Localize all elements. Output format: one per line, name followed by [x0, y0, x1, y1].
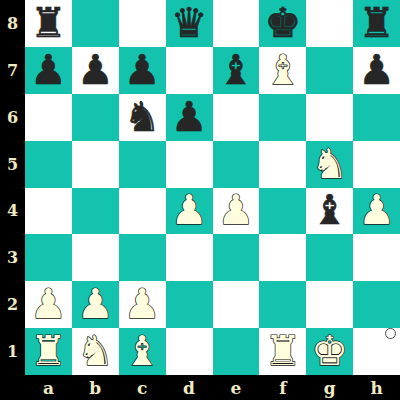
square-d1[interactable] — [166, 328, 213, 375]
black-pawn-h7[interactable]: ♟ — [358, 50, 395, 91]
black-bishop-e7[interactable]: ♝ — [218, 50, 255, 91]
square-c6[interactable]: ♞ — [119, 94, 166, 141]
file-label-e: e — [213, 375, 260, 400]
square-b6[interactable] — [72, 94, 119, 141]
rank-label-3: 3 — [0, 234, 25, 281]
white-to-move-indicator — [385, 328, 396, 339]
white-pawn-c2[interactable]: ♟ — [124, 284, 161, 325]
black-knight-c6[interactable]: ♞ — [124, 97, 161, 138]
square-g6[interactable] — [306, 94, 353, 141]
square-h5[interactable] — [353, 141, 400, 188]
square-e4[interactable]: ♟ — [213, 188, 260, 235]
square-a3[interactable] — [25, 234, 72, 281]
rank-label-5: 5 — [0, 141, 25, 188]
file-label-d: d — [166, 375, 213, 400]
square-a4[interactable] — [25, 188, 72, 235]
black-bishop-g4[interactable]: ♝ — [311, 190, 348, 231]
file-label-f: f — [259, 375, 306, 400]
square-c3[interactable] — [119, 234, 166, 281]
white-rook-f1[interactable]: ♜ — [264, 331, 301, 372]
square-e6[interactable] — [213, 94, 260, 141]
square-c7[interactable]: ♟ — [119, 47, 166, 94]
square-f8[interactable]: ♚ — [259, 0, 306, 47]
black-king-f8[interactable]: ♚ — [264, 3, 301, 44]
square-c5[interactable] — [119, 141, 166, 188]
rank-label-6: 6 — [0, 94, 25, 141]
square-c4[interactable] — [119, 188, 166, 235]
rank-label-2: 2 — [0, 281, 25, 328]
square-h3[interactable] — [353, 234, 400, 281]
file-label-g: g — [306, 375, 353, 400]
square-d4[interactable]: ♟ — [166, 188, 213, 235]
black-pawn-b7[interactable]: ♟ — [77, 50, 114, 91]
square-f6[interactable] — [259, 94, 306, 141]
file-labels: abcdefgh — [25, 375, 400, 400]
file-label-a: a — [25, 375, 72, 400]
white-pawn-b2[interactable]: ♟ — [77, 284, 114, 325]
rank-label-8: 8 — [0, 0, 25, 47]
white-pawn-e4[interactable]: ♟ — [218, 190, 255, 231]
file-label-h: h — [353, 375, 400, 400]
file-label-b: b — [72, 375, 119, 400]
square-a7[interactable]: ♟ — [25, 47, 72, 94]
square-e3[interactable] — [213, 234, 260, 281]
white-knight-b1[interactable]: ♞ — [77, 331, 114, 372]
square-e5[interactable] — [213, 141, 260, 188]
square-b3[interactable] — [72, 234, 119, 281]
square-b1[interactable]: ♞ — [72, 328, 119, 375]
white-king-g1[interactable]: ♚ — [311, 331, 348, 372]
square-d7[interactable] — [166, 47, 213, 94]
square-g2[interactable] — [306, 281, 353, 328]
square-g7[interactable] — [306, 47, 353, 94]
square-b7[interactable]: ♟ — [72, 47, 119, 94]
square-f5[interactable] — [259, 141, 306, 188]
square-h8[interactable]: ♜ — [353, 0, 400, 47]
square-f4[interactable] — [259, 188, 306, 235]
square-e7[interactable]: ♝ — [213, 47, 260, 94]
square-e2[interactable] — [213, 281, 260, 328]
chess-diagram: 87654321 ♜♛♚♜♟♟♟♝♝♟♞♟♞♟♟♝♟♟♟♟♜♞♝♜♚ abcde… — [0, 0, 400, 400]
square-f2[interactable] — [259, 281, 306, 328]
square-a5[interactable] — [25, 141, 72, 188]
square-h6[interactable] — [353, 94, 400, 141]
square-h2[interactable] — [353, 281, 400, 328]
square-c8[interactable] — [119, 0, 166, 47]
rank-label-4: 4 — [0, 188, 25, 235]
square-g8[interactable] — [306, 0, 353, 47]
square-d2[interactable] — [166, 281, 213, 328]
white-pawn-d4[interactable]: ♟ — [171, 190, 208, 231]
square-g3[interactable] — [306, 234, 353, 281]
rank-labels: 87654321 — [0, 0, 25, 375]
square-g5[interactable]: ♞ — [306, 141, 353, 188]
square-e8[interactable] — [213, 0, 260, 47]
black-pawn-d6[interactable]: ♟ — [171, 97, 208, 138]
black-pawn-a7[interactable]: ♟ — [30, 50, 67, 91]
square-f7[interactable]: ♝ — [259, 47, 306, 94]
white-pawn-h4[interactable]: ♟ — [358, 190, 395, 231]
black-queen-d8[interactable]: ♛ — [171, 3, 208, 44]
square-a6[interactable] — [25, 94, 72, 141]
square-a2[interactable]: ♟ — [25, 281, 72, 328]
square-c2[interactable]: ♟ — [119, 281, 166, 328]
square-h4[interactable]: ♟ — [353, 188, 400, 235]
square-f1[interactable]: ♜ — [259, 328, 306, 375]
chess-board: ♜♛♚♜♟♟♟♝♝♟♞♟♞♟♟♝♟♟♟♟♜♞♝♜♚ — [25, 0, 400, 375]
square-c1[interactable]: ♝ — [119, 328, 166, 375]
square-b5[interactable] — [72, 141, 119, 188]
white-knight-g5[interactable]: ♞ — [311, 144, 348, 185]
white-pawn-a2[interactable]: ♟ — [30, 284, 67, 325]
rank-label-1: 1 — [0, 328, 25, 375]
file-label-c: c — [119, 375, 166, 400]
square-b8[interactable] — [72, 0, 119, 47]
square-d5[interactable] — [166, 141, 213, 188]
black-rook-a8[interactable]: ♜ — [30, 3, 67, 44]
black-pawn-c7[interactable]: ♟ — [124, 50, 161, 91]
square-a8[interactable]: ♜ — [25, 0, 72, 47]
black-rook-h8[interactable]: ♜ — [358, 3, 395, 44]
square-b4[interactable] — [72, 188, 119, 235]
square-b2[interactable]: ♟ — [72, 281, 119, 328]
square-d8[interactable]: ♛ — [166, 0, 213, 47]
white-bishop-f7[interactable]: ♝ — [264, 50, 301, 91]
square-f3[interactable] — [259, 234, 306, 281]
white-rook-a1[interactable]: ♜ — [30, 331, 67, 372]
square-d3[interactable] — [166, 234, 213, 281]
square-g4[interactable]: ♝ — [306, 188, 353, 235]
square-h7[interactable]: ♟ — [353, 47, 400, 94]
square-e1[interactable] — [213, 328, 260, 375]
square-g1[interactable]: ♚ — [306, 328, 353, 375]
white-bishop-c1[interactable]: ♝ — [124, 331, 161, 372]
square-d6[interactable]: ♟ — [166, 94, 213, 141]
square-a1[interactable]: ♜ — [25, 328, 72, 375]
rank-label-7: 7 — [0, 47, 25, 94]
